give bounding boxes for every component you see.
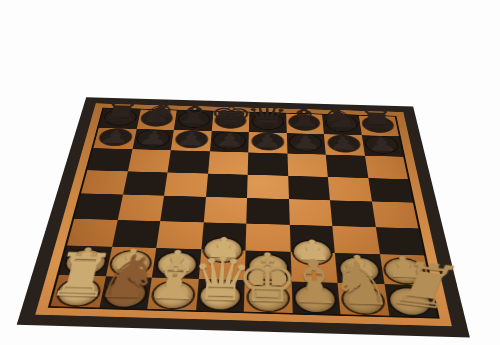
square-e7: ♟: [248, 132, 287, 154]
square-d5: [206, 173, 248, 198]
square-f1: ♝: [291, 281, 340, 314]
piece-base-disc-f8: [289, 114, 320, 131]
chess-board: ♜♞♝♚♛♝♞♜♟♟♟♟♟♟♟♟♟♟♟♟♟♟♟♟♜♞♝♛♚♝♞♜: [17, 97, 470, 337]
square-h3: [375, 227, 424, 256]
square-c6: [168, 150, 210, 173]
square-a7: ♟: [93, 128, 136, 150]
square-f6: [287, 154, 328, 177]
board-perspective-wrapper: ♜♞♝♚♛♝♞♜♟♟♟♟♟♟♟♟♟♟♟♟♟♟♟♟♜♞♝♛♚♝♞♜: [52, 3, 442, 345]
piece-wR-h1: ♜: [370, 255, 477, 320]
square-h5: [368, 178, 413, 203]
square-b4: [117, 195, 164, 221]
square-d3: [201, 222, 246, 250]
piece-wK-e1: ♚: [225, 252, 312, 312]
piece-base-disc-a8: [103, 109, 137, 126]
square-d4: [203, 197, 247, 223]
square-c8: ♝: [174, 111, 213, 131]
piece-base-disc-e8: [252, 113, 283, 130]
board-grid: ♜♞♝♚♛♝♞♜♟♟♟♟♟♟♟♟♟♟♟♟♟♟♟♟♜♞♝♛♚♝♞♜: [48, 108, 440, 319]
square-d2: ♟: [198, 249, 245, 280]
piece-wP-g2: ♟: [317, 251, 402, 281]
piece-base-disc-c8: [178, 111, 210, 128]
square-f3: [289, 224, 335, 252]
piece-base-disc-d2: [204, 238, 242, 262]
square-e1: ♚: [244, 280, 292, 313]
square-f7: ♟: [286, 133, 325, 155]
piece-wQ-d1: ♛: [176, 251, 263, 311]
piece-base-disc-e7: [252, 133, 284, 151]
square-d8: ♚: [211, 112, 249, 132]
square-d1: ♛: [196, 279, 245, 312]
square-h8: ♜: [358, 116, 398, 136]
piece-base-disc-b7: [136, 130, 170, 148]
square-b8: ♞: [136, 110, 176, 130]
square-e2: ♟: [245, 250, 291, 281]
square-g6: [326, 155, 368, 178]
piece-base-disc-a1: [55, 279, 100, 306]
square-b3: [112, 220, 161, 248]
square-h6: [365, 156, 408, 179]
piece-base-disc-g8: [325, 115, 357, 132]
square-a5: [81, 170, 127, 195]
square-e5: [247, 174, 288, 199]
piece-base-disc-c2: [156, 252, 196, 277]
square-e8: ♛: [249, 113, 287, 133]
piece-base-disc-f1: [295, 286, 336, 313]
square-a3: [67, 218, 117, 246]
piece-base-disc-b8: [140, 110, 173, 127]
square-h4: [371, 201, 418, 228]
square-g1: ♞: [338, 282, 389, 315]
square-c3: [156, 221, 203, 249]
piece-base-disc-d8: [215, 112, 246, 129]
piece-base-disc-b1: [104, 280, 148, 307]
piece-wN-b1: ♞: [80, 249, 174, 309]
square-b7: ♟: [132, 129, 174, 151]
square-c5: [164, 172, 208, 197]
piece-base-disc-h7: [365, 136, 399, 154]
square-f5: [288, 176, 330, 201]
square-a4: [74, 193, 122, 219]
piece-wB-f1: ♝: [272, 254, 359, 314]
square-g4: [330, 200, 375, 227]
board-frame-mat: ♜♞♝♚♛♝♞♜♟♟♟♟♟♟♟♟♟♟♟♟♟♟♟♟♜♞♝♛♚♝♞♜: [35, 103, 452, 326]
piece-wP-h2: ♟: [361, 253, 448, 283]
square-h7: ♟: [361, 135, 403, 157]
square-f8: ♝: [286, 114, 324, 134]
piece-base-disc-e1: [248, 284, 288, 311]
piece-base-disc-f2: [294, 241, 332, 265]
chess-set-photo: ♜♞♝♚♛♝♞♜♟♟♟♟♟♟♟♟♟♟♟♟♟♟♟♟♜♞♝♛♚♝♞♜: [0, 0, 500, 345]
square-e6: [248, 152, 288, 175]
piece-base-disc-h1: [389, 288, 433, 315]
square-g3: [332, 226, 379, 255]
square-c4: [160, 196, 205, 222]
square-b1: ♞: [99, 276, 152, 309]
piece-base-disc-d1: [200, 283, 240, 310]
square-d6: [208, 151, 249, 174]
piece-wN-g1: ♞: [317, 255, 408, 315]
piece-base-disc-g1: [342, 287, 384, 314]
piece-wR-a1: ♜: [32, 247, 129, 306]
square-b6: [127, 149, 170, 172]
square-a6: [87, 148, 132, 171]
piece-wP-e2: ♟: [226, 249, 309, 279]
piece-base-disc-b2: [110, 251, 152, 276]
piece-base-disc-h2: [384, 258, 426, 283]
square-g8: ♞: [322, 115, 361, 135]
square-g2: ♟: [335, 253, 384, 284]
piece-base-disc-a7: [98, 129, 133, 147]
square-g5: [328, 177, 372, 202]
piece-wP-d2: ♟: [182, 233, 264, 262]
piece-wP-a2: ♟: [41, 244, 129, 274]
square-f4: [288, 199, 332, 226]
square-a1: ♜: [51, 275, 106, 308]
square-c7: ♟: [171, 130, 212, 152]
square-b2: ♟: [106, 247, 157, 277]
piece-base-disc-d7: [213, 132, 245, 150]
square-f2: ♟: [290, 252, 337, 283]
square-e3: [246, 223, 291, 251]
square-a8: ♜: [99, 108, 141, 128]
piece-base-disc-g2: [339, 257, 379, 282]
square-g7: ♟: [324, 134, 365, 156]
piece-base-disc-c1: [152, 282, 194, 309]
square-d7: ♟: [210, 131, 249, 153]
piece-wB-c1: ♝: [128, 250, 218, 310]
piece-wP-b2: ♟: [88, 245, 175, 275]
square-c2: ♟: [152, 248, 201, 279]
square-h2: ♟: [379, 254, 430, 285]
square-b5: [123, 171, 168, 196]
piece-wP-f2: ♟: [272, 236, 354, 265]
piece-base-disc-g7: [327, 135, 360, 153]
square-a2: ♟: [59, 245, 112, 275]
piece-wP-c2: ♟: [134, 246, 219, 276]
piece-base-disc-c7: [175, 131, 208, 149]
square-c1: ♝: [147, 277, 198, 310]
square-e4: [246, 198, 289, 224]
piece-base-disc-f7: [290, 134, 322, 152]
piece-base-disc-a2: [64, 250, 107, 275]
square-h1: ♜: [384, 284, 437, 317]
piece-base-disc-e2: [249, 255, 287, 280]
piece-base-disc-h8: [362, 116, 395, 133]
